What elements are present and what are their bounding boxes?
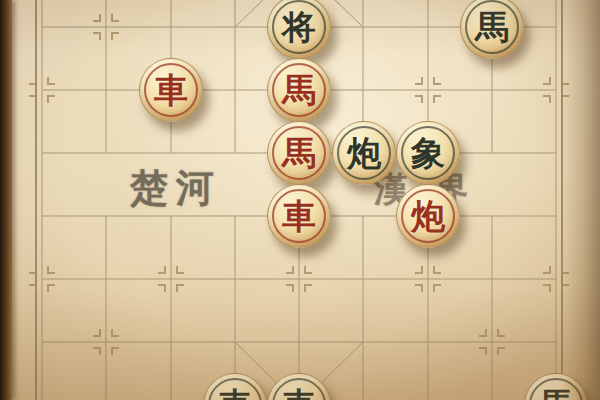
point-marker-corner — [479, 329, 487, 337]
point-marker-corner — [158, 266, 166, 274]
piece-black-chariot[interactable]: 車 — [203, 373, 267, 400]
point-marker-corner — [561, 284, 569, 292]
point-marker-corner — [47, 95, 55, 103]
point-marker-corner — [543, 77, 551, 85]
point-marker-corner — [415, 284, 423, 292]
point-marker-corner — [29, 95, 37, 103]
piece-black-general[interactable]: 将 — [267, 0, 331, 59]
point-marker — [543, 266, 569, 292]
piece-red-chariot[interactable]: 車 — [139, 58, 203, 122]
point-marker-corner — [286, 266, 294, 274]
piece-black-horse[interactable]: 馬 — [460, 0, 524, 59]
piece-character: 馬 — [461, 0, 523, 58]
point-marker-corner — [433, 266, 441, 274]
point-marker — [29, 266, 55, 292]
point-marker — [29, 77, 55, 103]
point-marker — [415, 77, 441, 103]
piece-character: 将 — [268, 0, 330, 58]
board-frame-left — [0, 0, 12, 400]
point-marker — [158, 266, 184, 292]
point-marker-corner — [29, 266, 37, 274]
point-marker-corner — [543, 95, 551, 103]
point-marker-corner — [433, 284, 441, 292]
point-marker — [543, 77, 569, 103]
point-marker-corner — [433, 95, 441, 103]
point-marker-corner — [176, 284, 184, 292]
point-marker-corner — [479, 347, 487, 355]
point-marker-corner — [111, 329, 119, 337]
point-marker-corner — [497, 347, 505, 355]
point-marker-corner — [415, 266, 423, 274]
point-marker-corner — [29, 77, 37, 85]
point-marker-corner — [415, 77, 423, 85]
piece-black-chariot[interactable]: 車 — [267, 373, 331, 400]
point-marker-corner — [158, 284, 166, 292]
point-marker-corner — [93, 32, 101, 40]
piece-character: 車 — [268, 374, 330, 400]
point-marker-corner — [433, 77, 441, 85]
piece-red-cannon[interactable]: 炮 — [396, 184, 460, 248]
piece-character: 車 — [140, 59, 202, 121]
point-marker-corner — [304, 284, 312, 292]
xiangqi-board[interactable]: 楚河 漢界 将馬車馬馬炮象車炮車車馬 — [0, 0, 600, 400]
point-marker-corner — [111, 347, 119, 355]
point-marker-corner — [93, 347, 101, 355]
point-marker-corner — [561, 266, 569, 274]
point-marker — [286, 266, 312, 292]
piece-red-chariot[interactable]: 車 — [267, 184, 331, 248]
point-marker-corner — [543, 284, 551, 292]
piece-black-horse[interactable]: 馬 — [524, 373, 588, 400]
piece-red-horse[interactable]: 馬 — [267, 121, 331, 185]
piece-character: 炮 — [397, 185, 459, 247]
point-marker — [93, 329, 119, 355]
point-marker-corner — [93, 329, 101, 337]
point-marker-corner — [561, 77, 569, 85]
piece-character: 車 — [268, 185, 330, 247]
point-marker — [415, 266, 441, 292]
piece-character: 馬 — [268, 59, 330, 121]
piece-red-horse[interactable]: 馬 — [267, 58, 331, 122]
piece-character: 馬 — [268, 122, 330, 184]
point-marker-corner — [543, 266, 551, 274]
point-marker-corner — [47, 77, 55, 85]
point-marker-corner — [286, 284, 294, 292]
point-marker-corner — [93, 14, 101, 22]
piece-black-elephant[interactable]: 象 — [396, 121, 460, 185]
point-marker-corner — [304, 266, 312, 274]
river-text-chu-he: 楚河 — [130, 163, 222, 214]
piece-character: 炮 — [333, 122, 395, 184]
point-marker-corner — [561, 95, 569, 103]
point-marker-corner — [47, 266, 55, 274]
piece-character: 馬 — [525, 374, 587, 400]
piece-black-cannon[interactable]: 炮 — [332, 121, 396, 185]
point-marker-corner — [176, 266, 184, 274]
point-marker — [93, 14, 119, 40]
piece-character: 象 — [397, 122, 459, 184]
point-marker-corner — [111, 14, 119, 22]
point-marker-corner — [415, 95, 423, 103]
point-marker — [479, 329, 505, 355]
point-marker-corner — [29, 284, 37, 292]
point-marker-corner — [111, 32, 119, 40]
piece-character: 車 — [204, 374, 266, 400]
point-marker-corner — [497, 329, 505, 337]
point-marker-corner — [47, 284, 55, 292]
